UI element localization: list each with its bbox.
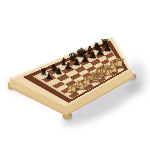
piece-white-rook[interactable]: ♜ bbox=[114, 58, 126, 71]
piece-black-pawn[interactable]: ♟ bbox=[73, 58, 81, 67]
piece-black-pawn[interactable]: ♟ bbox=[45, 72, 52, 80]
piece-black-pawn[interactable]: ♟ bbox=[55, 67, 63, 76]
piece-black-pawn[interactable]: ♟ bbox=[64, 62, 72, 71]
piece-black-pawn[interactable]: ♟ bbox=[103, 43, 112, 53]
chess-set-photo: ♜♞♝♛♚♝♞♜♟♟♟♟♟♟♟♟♟♟♟♟♟♟♟♟♜♞♝♛♚♝♞♜ bbox=[0, 0, 150, 150]
